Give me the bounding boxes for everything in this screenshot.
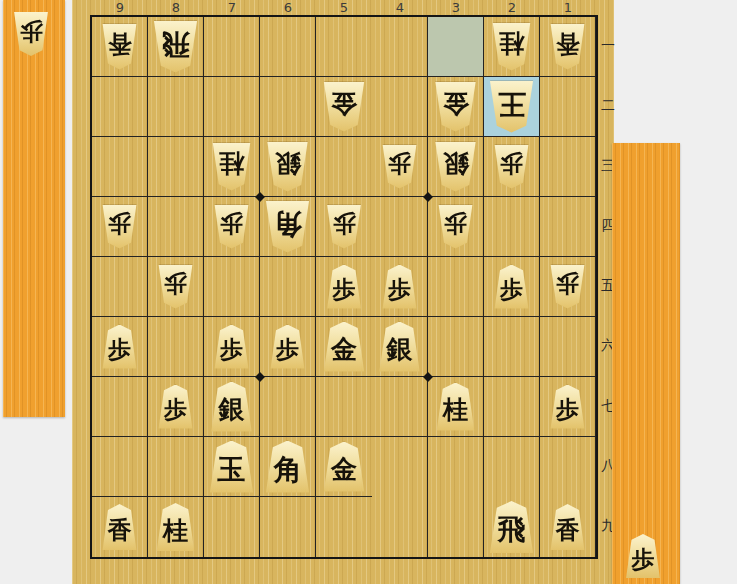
- piece-kanji: 銀: [443, 146, 469, 181]
- square-36[interactable]: [428, 317, 484, 377]
- piece-kanji: 歩: [333, 208, 356, 239]
- piece-kanji: 金: [331, 332, 357, 367]
- piece-gote-pawn[interactable]: 歩: [102, 205, 138, 249]
- square-94[interactable]: 歩: [92, 197, 148, 257]
- piece-kanji: 桂: [499, 27, 524, 60]
- file-label-5: 5: [316, 0, 372, 15]
- piece-kanji: 歩: [276, 334, 299, 365]
- square-21[interactable]: 桂: [484, 17, 540, 77]
- piece-gote-pawn[interactable]: 歩: [550, 265, 586, 309]
- file-label-3: 3: [428, 0, 484, 15]
- piece-sente-gold[interactable]: 金: [323, 322, 366, 372]
- square-74[interactable]: 歩: [204, 197, 260, 257]
- square-46[interactable]: 銀: [372, 317, 428, 377]
- piece-sente-pawn[interactable]: 歩: [270, 325, 306, 369]
- square-54[interactable]: 歩: [316, 197, 372, 257]
- piece-kanji: 金: [331, 452, 357, 487]
- piece-kanji: 歩: [388, 274, 411, 305]
- square-29[interactable]: 飛: [484, 497, 540, 557]
- piece-sente-pawn[interactable]: 歩: [214, 325, 250, 369]
- square-86[interactable]: [148, 317, 204, 377]
- square-18[interactable]: [540, 437, 596, 497]
- square-49[interactable]: [372, 497, 428, 557]
- square-85[interactable]: 歩: [148, 257, 204, 317]
- square-32[interactable]: 金: [428, 77, 484, 137]
- piece-gote-pawn[interactable]: 歩: [438, 205, 474, 249]
- square-15[interactable]: 歩: [540, 257, 596, 317]
- piece-sente-pawn[interactable]: 歩: [625, 534, 661, 578]
- square-16[interactable]: [540, 317, 596, 377]
- piece-gote-knight[interactable]: 桂: [492, 23, 532, 71]
- piece-sente-knight[interactable]: 桂: [156, 503, 196, 551]
- piece-sente-pawn[interactable]: 歩: [550, 385, 586, 429]
- square-17[interactable]: 歩: [540, 377, 596, 437]
- square-34[interactable]: 歩: [428, 197, 484, 257]
- piece-sente-silver[interactable]: 銀: [210, 382, 253, 432]
- square-25[interactable]: 歩: [484, 257, 540, 317]
- square-28[interactable]: [484, 437, 540, 497]
- komadai-sente[interactable]: 歩: [612, 143, 680, 584]
- piece-gote-pawn[interactable]: 歩: [13, 12, 49, 56]
- piece-sente-pawn[interactable]: 歩: [326, 265, 362, 309]
- piece-kanji: 歩: [333, 274, 356, 305]
- square-45[interactable]: 歩: [372, 257, 428, 317]
- square-13[interactable]: [540, 137, 596, 197]
- square-81[interactable]: 飛: [148, 17, 204, 77]
- square-98[interactable]: [92, 437, 148, 497]
- square-69[interactable]: [260, 497, 316, 557]
- piece-gote-pawn[interactable]: 歩: [158, 265, 194, 309]
- square-11[interactable]: 香: [540, 17, 596, 77]
- piece-sente-pawn[interactable]: 歩: [382, 265, 418, 309]
- square-42[interactable]: [372, 77, 428, 137]
- piece-sente-pawn[interactable]: 歩: [102, 325, 138, 369]
- square-39[interactable]: [428, 497, 484, 557]
- piece-kanji: 歩: [500, 148, 523, 179]
- square-44[interactable]: [372, 197, 428, 257]
- square-43[interactable]: 歩: [372, 137, 428, 197]
- piece-kanji: 歩: [108, 208, 131, 239]
- square-47[interactable]: [372, 377, 428, 437]
- file-label-6: 6: [260, 0, 316, 15]
- piece-sente-knight[interactable]: 桂: [436, 383, 476, 431]
- square-93[interactable]: [92, 137, 148, 197]
- square-53[interactable]: [316, 137, 372, 197]
- piece-kanji: 歩: [500, 274, 523, 305]
- file-labels: 987654321: [92, 0, 596, 15]
- piece-kanji: 歩: [632, 544, 655, 575]
- piece-kanji: 歩: [220, 334, 243, 365]
- piece-kanji: 桂: [219, 147, 244, 180]
- square-87[interactable]: 歩: [148, 377, 204, 437]
- piece-gote-rook[interactable]: 飛: [153, 21, 199, 73]
- square-62[interactable]: [260, 77, 316, 137]
- square-55[interactable]: 歩: [316, 257, 372, 317]
- piece-sente-lance[interactable]: 香: [550, 504, 586, 550]
- square-48[interactable]: [372, 437, 428, 497]
- piece-gote-bishop[interactable]: 角: [265, 201, 311, 253]
- square-84[interactable]: [148, 197, 204, 257]
- piece-gote-pawn[interactable]: 歩: [214, 205, 250, 249]
- file-label-9: 9: [92, 0, 148, 15]
- square-78[interactable]: 玉: [204, 437, 260, 497]
- square-64[interactable]: 角: [260, 197, 316, 257]
- file-label-2: 2: [484, 0, 540, 15]
- piece-kanji: 飛: [162, 25, 190, 63]
- piece-kanji: 歩: [556, 268, 579, 299]
- square-97[interactable]: [92, 377, 148, 437]
- square-91[interactable]: 香: [92, 17, 148, 77]
- square-96[interactable]: 歩: [92, 317, 148, 377]
- square-27[interactable]: [484, 377, 540, 437]
- piece-kanji: 角: [274, 205, 302, 243]
- square-56[interactable]: 金: [316, 317, 372, 377]
- piece-kanji: 歩: [556, 394, 579, 425]
- piece-kanji: 歩: [108, 334, 131, 365]
- piece-kanji: 歩: [164, 394, 187, 425]
- square-19[interactable]: 香: [540, 497, 596, 557]
- piece-sente-king[interactable]: 玉: [209, 441, 255, 493]
- square-61[interactable]: [260, 17, 316, 77]
- piece-kanji: 飛: [498, 511, 526, 549]
- piece-kanji: 銀: [387, 332, 413, 367]
- piece-kanji: 金: [331, 86, 357, 121]
- square-77[interactable]: 銀: [204, 377, 260, 437]
- piece-gote-pawn[interactable]: 歩: [326, 205, 362, 249]
- piece-gote-lance[interactable]: 香: [550, 24, 586, 70]
- piece-kanji: 歩: [220, 208, 243, 239]
- square-75[interactable]: [204, 257, 260, 317]
- piece-kanji: 金: [443, 86, 469, 121]
- square-52[interactable]: 金: [316, 77, 372, 137]
- square-38[interactable]: [428, 437, 484, 497]
- piece-kanji: 玉: [218, 451, 246, 489]
- square-35[interactable]: [428, 257, 484, 317]
- square-23[interactable]: 歩: [484, 137, 540, 197]
- file-label-4: 4: [372, 0, 428, 15]
- piece-kanji: 桂: [443, 393, 468, 426]
- board-wood: 987654321 一二三四五六七八九 香飛桂香金金王桂銀歩銀歩歩歩角歩歩歩歩歩…: [72, 0, 614, 584]
- square-79[interactable]: [204, 497, 260, 557]
- piece-kanji: 桂: [163, 514, 188, 547]
- piece-sente-silver[interactable]: 銀: [378, 322, 421, 372]
- square-99[interactable]: 香: [92, 497, 148, 557]
- piece-kanji: 香: [556, 514, 580, 546]
- board-frame: 香飛桂香金金王桂銀歩銀歩歩歩角歩歩歩歩歩歩歩歩歩歩金銀歩銀桂歩玉角金香桂飛香: [90, 15, 598, 559]
- square-83[interactable]: [148, 137, 204, 197]
- file-label-1: 1: [540, 0, 596, 15]
- square-24[interactable]: [484, 197, 540, 257]
- piece-kanji: 歩: [164, 268, 187, 299]
- square-76[interactable]: 歩: [204, 317, 260, 377]
- square-14[interactable]: [540, 197, 596, 257]
- square-57[interactable]: [316, 377, 372, 437]
- piece-sente-bishop[interactable]: 角: [265, 441, 311, 493]
- piece-kanji: 王: [498, 85, 526, 123]
- piece-gote-knight[interactable]: 桂: [212, 143, 252, 191]
- square-31-last-move-from[interactable]: [428, 17, 484, 77]
- piece-sente-lance[interactable]: 香: [102, 504, 138, 550]
- piece-gote-lance[interactable]: 香: [102, 24, 138, 70]
- piece-sente-rook[interactable]: 飛: [489, 501, 535, 553]
- piece-sente-pawn[interactable]: 歩: [158, 385, 194, 429]
- square-58[interactable]: 金: [316, 437, 372, 497]
- piece-gote-pawn[interactable]: 歩: [382, 145, 418, 189]
- file-label-7: 7: [204, 0, 260, 15]
- board-grid: 香飛桂香金金王桂銀歩銀歩歩歩角歩歩歩歩歩歩歩歩歩歩金銀歩銀桂歩玉角金香桂飛香: [92, 17, 596, 557]
- piece-kanji: 銀: [275, 146, 301, 181]
- piece-kanji: 歩: [20, 16, 43, 47]
- piece-kanji: 香: [556, 28, 580, 60]
- square-71[interactable]: [204, 17, 260, 77]
- square-73[interactable]: 桂: [204, 137, 260, 197]
- app-background: { "game": "shogi", "position": { "sfen":…: [0, 0, 737, 584]
- file-label-8: 8: [148, 0, 204, 15]
- piece-gote-king[interactable]: 王: [489, 81, 535, 133]
- square-22-last-move-to[interactable]: 王: [484, 77, 540, 137]
- square-12[interactable]: [540, 77, 596, 137]
- square-63[interactable]: 銀: [260, 137, 316, 197]
- square-67[interactable]: [260, 377, 316, 437]
- piece-sente-gold[interactable]: 金: [323, 442, 366, 492]
- piece-gote-silver[interactable]: 銀: [434, 142, 477, 192]
- square-41[interactable]: [372, 17, 428, 77]
- square-26[interactable]: [484, 317, 540, 377]
- square-59[interactable]: [316, 497, 372, 557]
- square-37[interactable]: 桂: [428, 377, 484, 437]
- piece-gote-silver[interactable]: 銀: [266, 142, 309, 192]
- square-51[interactable]: [316, 17, 372, 77]
- square-68[interactable]: 角: [260, 437, 316, 497]
- piece-kanji: 歩: [388, 148, 411, 179]
- komadai-gote[interactable]: 歩: [3, 0, 65, 417]
- square-88[interactable]: [148, 437, 204, 497]
- piece-gote-gold[interactable]: 金: [434, 82, 477, 132]
- piece-gote-gold[interactable]: 金: [323, 82, 366, 132]
- piece-gote-pawn[interactable]: 歩: [494, 145, 530, 189]
- square-66[interactable]: 歩: [260, 317, 316, 377]
- square-82[interactable]: [148, 77, 204, 137]
- piece-kanji: 歩: [444, 208, 467, 239]
- piece-kanji: 銀: [219, 392, 245, 427]
- piece-sente-pawn[interactable]: 歩: [494, 265, 530, 309]
- rank-label-2: 二: [600, 75, 616, 135]
- square-72[interactable]: [204, 77, 260, 137]
- square-33[interactable]: 銀: [428, 137, 484, 197]
- square-92[interactable]: [92, 77, 148, 137]
- piece-kanji: 香: [108, 28, 132, 60]
- piece-kanji: 香: [108, 514, 132, 546]
- rank-label-1: 一: [600, 15, 616, 75]
- square-95[interactable]: [92, 257, 148, 317]
- square-89[interactable]: 桂: [148, 497, 204, 557]
- piece-kanji: 角: [274, 451, 302, 489]
- square-65[interactable]: [260, 257, 316, 317]
